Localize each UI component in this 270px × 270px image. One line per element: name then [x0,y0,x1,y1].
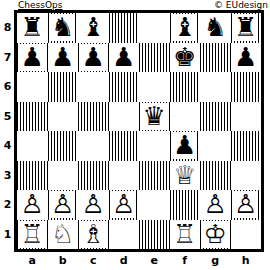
square-d4 [109,131,140,161]
square-f8: ♝ [170,13,201,43]
square-e3 [139,161,170,191]
piece-black-pawn: ♟ [50,44,75,71]
piece-black-pawn: ♟ [233,44,258,71]
square-h7: ♟ [231,43,262,73]
piece-white-queen: ♕ [172,162,197,189]
piece-black-bishop: ♝ [172,14,197,41]
square-f6 [170,72,201,102]
square-h8: ♜ [231,13,262,43]
piece-white-bishop: ♗ [81,221,106,248]
square-d8 [109,13,140,43]
square-a6 [17,72,48,102]
square-a3 [17,161,48,191]
square-h4 [231,131,262,161]
square-g8: ♞ [200,13,231,43]
square-c1: ♗ [78,220,109,250]
chess-board: ♜♞♝♝♞♜♟♟♟♟♚♟♛♟♕♙♙♙♙♙♙♖♘♗♖♔ [14,10,264,252]
square-e2 [139,190,170,220]
rank-label-3: 3 [2,161,13,191]
square-b3 [48,161,79,191]
square-a4 [17,131,48,161]
square-b5 [48,102,79,132]
rank-label-8: 8 [2,13,13,43]
square-c4 [78,131,109,161]
square-c6 [78,72,109,102]
chessops-diagram-page: ChessOps © EUdesign ♜♞♝♝♞♜♟♟♟♟♚♟♛♟♕♙♙♙♙♙… [0,0,270,270]
square-d3 [109,161,140,191]
piece-white-pawn: ♙ [203,191,228,218]
square-f7: ♚ [170,43,201,73]
square-g2: ♙ [200,190,231,220]
square-b2: ♙ [48,190,79,220]
piece-black-pawn: ♟ [81,44,106,71]
square-a7: ♟ [17,43,48,73]
square-g6 [200,72,231,102]
square-c8: ♝ [78,13,109,43]
square-d7: ♟ [109,43,140,73]
square-a8: ♜ [17,13,48,43]
square-b4 [48,131,79,161]
file-label-h: h [231,253,262,268]
piece-black-pawn: ♟ [111,44,136,71]
piece-white-knight: ♘ [50,221,75,248]
piece-black-pawn: ♟ [172,132,197,159]
rank-label-5: 5 [2,102,13,132]
piece-white-pawn: ♙ [50,191,75,218]
square-d1 [109,220,140,250]
rank-label-6: 6 [2,72,13,102]
rank-label-7: 7 [2,43,13,73]
file-label-d: d [109,253,140,268]
square-h6 [231,72,262,102]
piece-white-pawn: ♙ [81,191,106,218]
rank-labels: 87654321 [2,13,13,249]
square-g4 [200,131,231,161]
square-h5 [231,102,262,132]
square-f2 [170,190,201,220]
piece-white-pawn: ♙ [20,191,45,218]
square-h2: ♙ [231,190,262,220]
square-a5 [17,102,48,132]
square-g1: ♔ [200,220,231,250]
rank-label-2: 2 [2,190,13,220]
rank-label-4: 4 [2,131,13,161]
square-d2: ♙ [109,190,140,220]
file-label-e: e [139,253,170,268]
square-e4 [139,131,170,161]
square-f5 [170,102,201,132]
square-e1 [139,220,170,250]
square-e8 [139,13,170,43]
piece-black-rook: ♜ [20,14,45,41]
square-b7: ♟ [48,43,79,73]
square-a2: ♙ [17,190,48,220]
square-b6 [48,72,79,102]
file-labels: abcdefgh [17,253,261,268]
piece-black-pawn: ♟ [20,44,45,71]
square-e5: ♛ [139,102,170,132]
square-c3 [78,161,109,191]
square-h3 [231,161,262,191]
file-label-a: a [17,253,48,268]
square-f1: ♖ [170,220,201,250]
square-e7 [139,43,170,73]
piece-black-knight: ♞ [50,14,75,41]
piece-black-king: ♚ [172,44,197,71]
piece-white-rook: ♖ [20,221,45,248]
piece-white-king: ♔ [203,221,228,248]
square-g3 [200,161,231,191]
piece-black-knight: ♞ [203,14,228,41]
square-c5 [78,102,109,132]
piece-black-bishop: ♝ [81,14,106,41]
square-f4: ♟ [170,131,201,161]
square-d5 [109,102,140,132]
square-d6 [109,72,140,102]
square-c2: ♙ [78,190,109,220]
piece-black-queen: ♛ [142,103,167,130]
square-b1: ♘ [48,220,79,250]
file-label-f: f [170,253,201,268]
file-label-c: c [78,253,109,268]
file-label-b: b [48,253,79,268]
square-c7: ♟ [78,43,109,73]
piece-white-pawn: ♙ [111,191,136,218]
square-g5 [200,102,231,132]
square-e6 [139,72,170,102]
piece-black-rook: ♜ [233,14,258,41]
square-b8: ♞ [48,13,79,43]
rank-label-1: 1 [2,220,13,250]
square-h1 [231,220,262,250]
square-a1: ♖ [17,220,48,250]
square-f3: ♕ [170,161,201,191]
piece-white-rook: ♖ [172,221,197,248]
piece-white-pawn: ♙ [233,191,258,218]
square-g7 [200,43,231,73]
file-label-g: g [200,253,231,268]
